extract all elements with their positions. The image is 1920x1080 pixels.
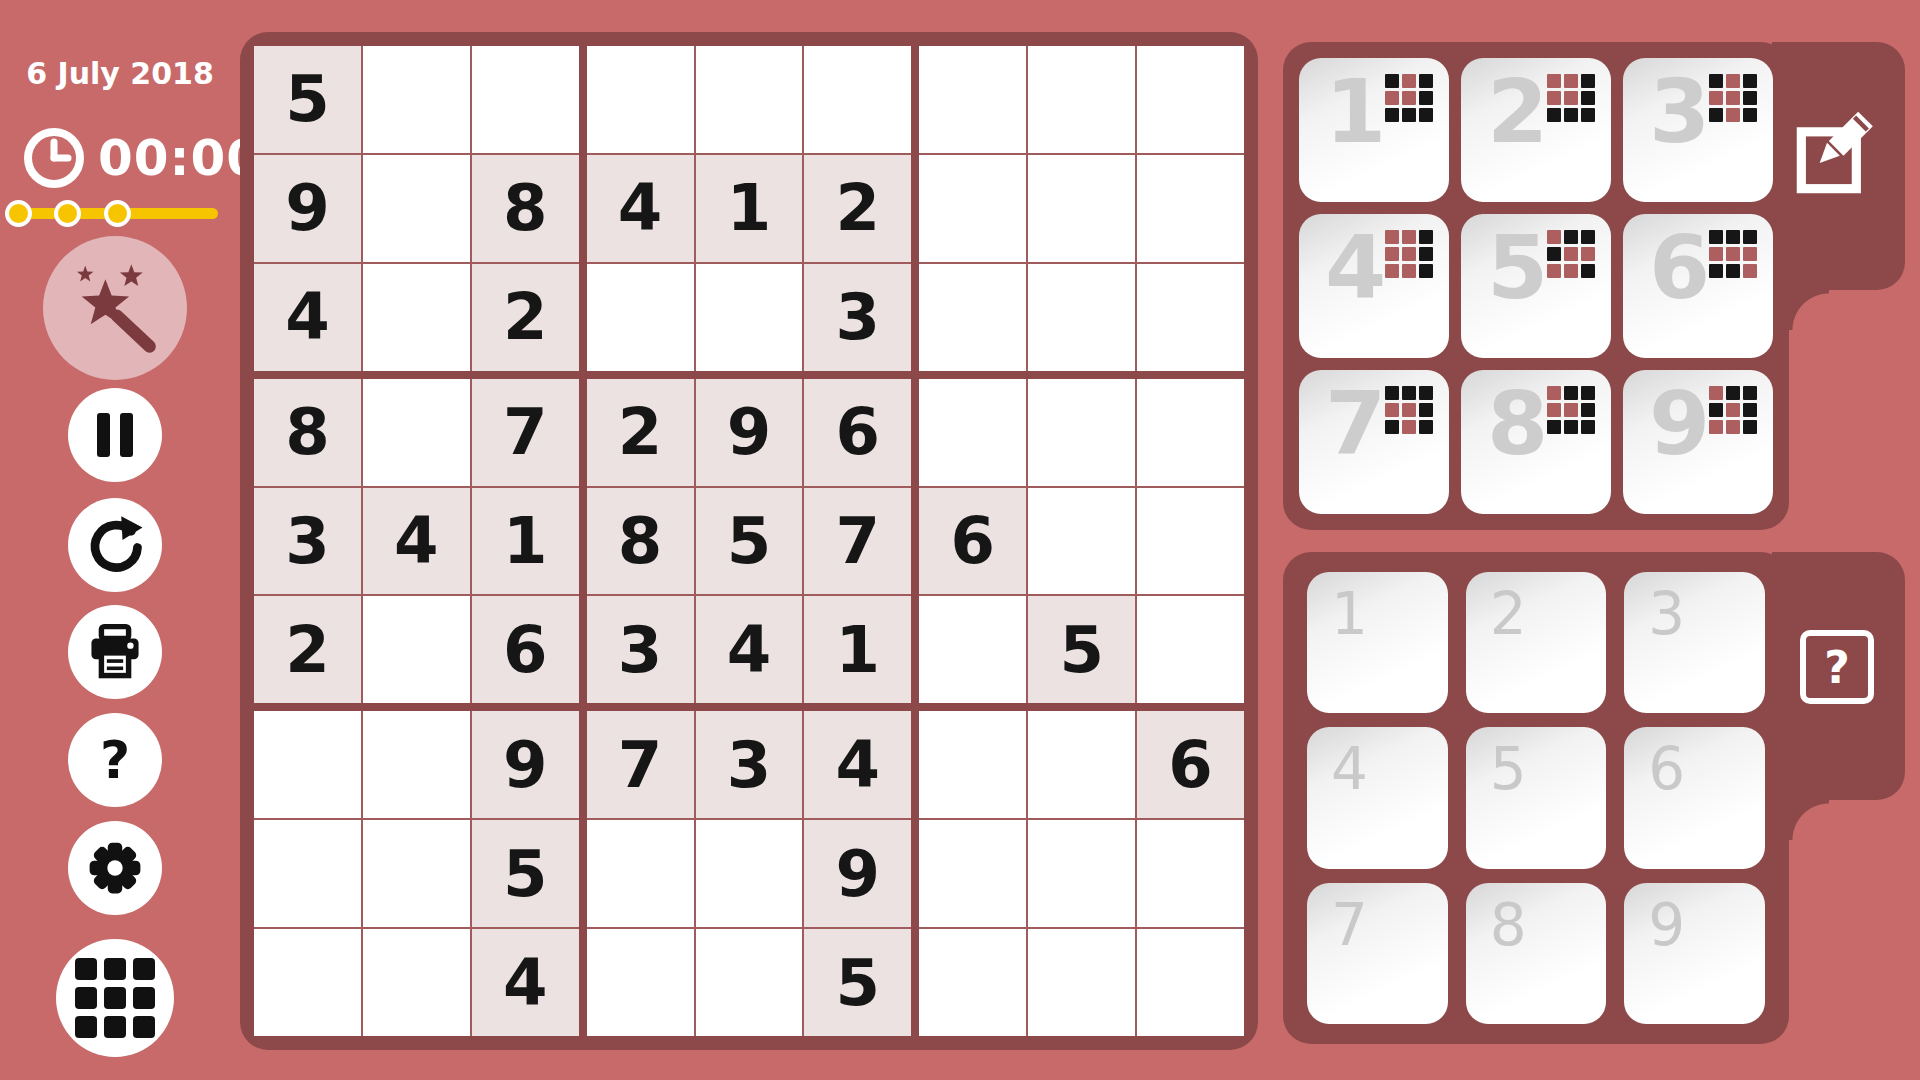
cell-r4c8[interactable] xyxy=(1028,379,1135,486)
numpad-key-3[interactable]: 3 xyxy=(1623,58,1773,202)
key-digit: 8 xyxy=(1490,891,1527,959)
cell-r8c5[interactable] xyxy=(696,820,803,927)
box-5: 296857341 xyxy=(587,379,912,704)
cell-r3c4[interactable] xyxy=(587,264,694,371)
cell-r9c3[interactable]: 4 xyxy=(472,929,579,1036)
cell-r8c4[interactable] xyxy=(587,820,694,927)
cell-r8c1[interactable] xyxy=(254,820,361,927)
slider-dot-2[interactable] xyxy=(54,200,81,227)
box-3 xyxy=(919,46,1244,371)
candidate-key-7[interactable]: 7 xyxy=(1307,883,1448,1024)
candidate-key-5[interactable]: 5 xyxy=(1466,727,1607,868)
cell-r5c5[interactable]: 5 xyxy=(696,488,803,595)
cell-r3c2[interactable] xyxy=(363,264,470,371)
cell-r6c3[interactable]: 6 xyxy=(472,596,579,703)
cell-r7c3[interactable]: 9 xyxy=(472,711,579,818)
numpad-key-6[interactable]: 6 xyxy=(1623,214,1773,358)
cell-r4c1[interactable]: 8 xyxy=(254,379,361,486)
cell-r9c6[interactable]: 5 xyxy=(804,929,911,1036)
slider-dot-3[interactable] xyxy=(104,200,131,227)
timer: 00:00 xyxy=(22,126,262,190)
cell-r9c9[interactable] xyxy=(1137,929,1244,1036)
cell-r6c7[interactable] xyxy=(919,596,1026,703)
cell-r3c6[interactable]: 3 xyxy=(804,264,911,371)
key-digit: 1 xyxy=(1331,580,1368,648)
box-8: 73495 xyxy=(587,711,912,1036)
cell-r7c1[interactable] xyxy=(254,711,361,818)
box-progress-icon xyxy=(1547,74,1595,122)
settings-button[interactable] xyxy=(68,821,162,915)
cell-r9c8[interactable] xyxy=(1028,929,1135,1036)
cell-r6c6[interactable]: 1 xyxy=(804,596,911,703)
cell-r8c7[interactable] xyxy=(919,820,1026,927)
cell-r6c5[interactable]: 4 xyxy=(696,596,803,703)
cell-r4c3[interactable]: 7 xyxy=(472,379,579,486)
key-digit: 6 xyxy=(1648,735,1685,803)
timer-value: 00:00 xyxy=(98,129,262,187)
menu-grid-button[interactable] xyxy=(56,939,174,1057)
cell-r8c9[interactable] xyxy=(1137,820,1244,927)
cell-r1c8[interactable] xyxy=(1028,46,1135,153)
cell-r4c5[interactable]: 9 xyxy=(696,379,803,486)
cell-r1c2[interactable] xyxy=(363,46,470,153)
cell-r9c1[interactable] xyxy=(254,929,361,1036)
apps-grid-icon xyxy=(75,958,155,1038)
printer-icon xyxy=(86,623,144,681)
sudoku-app: 6 July 2018 00:00 xyxy=(0,0,1920,1080)
clock-icon xyxy=(22,126,86,190)
cell-r2c3[interactable]: 8 xyxy=(472,155,579,262)
numpad-key-9[interactable]: 9 xyxy=(1623,370,1773,514)
box-6: 65 xyxy=(919,379,1244,704)
question-mark-icon: ? xyxy=(1824,642,1850,693)
box-progress-icon xyxy=(1385,230,1433,278)
cell-r1c4[interactable] xyxy=(587,46,694,153)
box-9: 6 xyxy=(919,711,1244,1036)
date-label: 6 July 2018 xyxy=(0,56,240,91)
cell-r5c4[interactable]: 8 xyxy=(587,488,694,595)
candidate-key-4[interactable]: 4 xyxy=(1307,727,1448,868)
pencil-edit-icon xyxy=(1794,104,1882,200)
key-digit: 5 xyxy=(1490,735,1527,803)
cell-r5c2[interactable]: 4 xyxy=(363,488,470,595)
cell-r7c7[interactable] xyxy=(919,711,1026,818)
hint-wand-button[interactable] xyxy=(43,236,187,380)
cell-r3c3[interactable]: 2 xyxy=(472,264,579,371)
cell-r6c4[interactable]: 3 xyxy=(587,596,694,703)
cell-r5c9[interactable] xyxy=(1137,488,1244,595)
cell-r7c8[interactable] xyxy=(1028,711,1135,818)
cell-r5c6[interactable]: 7 xyxy=(804,488,911,595)
numpad-plain: 123456789 xyxy=(1283,552,1789,1044)
pencil-mode-button[interactable] xyxy=(1794,104,1882,200)
cell-r6c2[interactable] xyxy=(363,596,470,703)
cell-r3c8[interactable] xyxy=(1028,264,1135,371)
key-digit: 2 xyxy=(1487,60,1548,163)
key-digit: 4 xyxy=(1331,735,1368,803)
numpad-key-1[interactable]: 1 xyxy=(1299,58,1449,202)
candidate-key-3[interactable]: 3 xyxy=(1624,572,1765,713)
restart-button[interactable] xyxy=(68,498,162,592)
box-progress-icon xyxy=(1547,230,1595,278)
candidate-key-8[interactable]: 8 xyxy=(1466,883,1607,1024)
cell-r6c9[interactable] xyxy=(1137,596,1244,703)
cell-r7c9[interactable]: 6 xyxy=(1137,711,1244,818)
cell-r8c8[interactable] xyxy=(1028,820,1135,927)
cell-r4c7[interactable] xyxy=(919,379,1026,486)
key-digit: 5 xyxy=(1487,216,1548,319)
cell-r2c2[interactable] xyxy=(363,155,470,262)
cell-r3c7[interactable] xyxy=(919,264,1026,371)
cell-r7c6[interactable]: 4 xyxy=(804,711,911,818)
cell-r8c3[interactable]: 5 xyxy=(472,820,579,927)
key-digit: 3 xyxy=(1648,580,1685,648)
numpad-key-4[interactable]: 4 xyxy=(1299,214,1449,358)
key-digit: 4 xyxy=(1325,216,1386,319)
cell-r5c8[interactable] xyxy=(1028,488,1135,595)
key-digit: 3 xyxy=(1649,60,1710,163)
cell-r6c8[interactable]: 5 xyxy=(1028,596,1135,703)
pause-button[interactable] xyxy=(68,388,162,482)
key-digit: 9 xyxy=(1648,891,1685,959)
numpad-key-5[interactable]: 5 xyxy=(1461,214,1611,358)
numpad-with-progress: 123456789 xyxy=(1283,42,1789,530)
help-button[interactable]: ? xyxy=(68,713,162,807)
cell-r3c5[interactable] xyxy=(696,264,803,371)
print-button[interactable] xyxy=(68,605,162,699)
cell-r1c7[interactable] xyxy=(919,46,1026,153)
cell-r9c2[interactable] xyxy=(363,929,470,1036)
cell-r9c5[interactable] xyxy=(696,929,803,1036)
box-progress-icon xyxy=(1709,74,1757,122)
box-progress-icon xyxy=(1385,386,1433,434)
key-digit: 7 xyxy=(1325,372,1386,475)
notes-tab-fillet xyxy=(1789,290,1829,330)
slider-dot-1[interactable] xyxy=(5,200,32,227)
cell-r8c2[interactable] xyxy=(363,820,470,927)
candidate-help-button[interactable]: ? xyxy=(1800,630,1874,704)
pause-icon xyxy=(89,409,141,461)
box-progress-icon xyxy=(1385,74,1433,122)
cell-r4c6[interactable]: 6 xyxy=(804,379,911,486)
cell-r5c3[interactable]: 1 xyxy=(472,488,579,595)
key-digit: 2 xyxy=(1490,580,1527,648)
magic-wand-icon xyxy=(67,260,163,356)
cell-r2c1[interactable]: 9 xyxy=(254,155,361,262)
cell-r6c1[interactable]: 2 xyxy=(254,596,361,703)
question-icon: ? xyxy=(100,730,130,790)
cell-r2c5[interactable]: 1 xyxy=(696,155,803,262)
numpad-key-2[interactable]: 2 xyxy=(1461,58,1611,202)
key-digit: 1 xyxy=(1325,60,1386,163)
candidate-key-2[interactable]: 2 xyxy=(1466,572,1607,713)
cell-r9c4[interactable] xyxy=(587,929,694,1036)
key-digit: 6 xyxy=(1649,216,1710,319)
key-digit: 9 xyxy=(1649,372,1710,475)
box-7: 954 xyxy=(254,711,579,1036)
box-4: 8734126 xyxy=(254,379,579,704)
cell-r7c5[interactable]: 3 xyxy=(696,711,803,818)
cell-r5c7[interactable]: 6 xyxy=(919,488,1026,595)
restart-icon xyxy=(85,515,145,575)
sudoku-board: 598424123873412629685734165954734956 xyxy=(240,32,1258,1050)
cell-r8c6[interactable]: 9 xyxy=(804,820,911,927)
cell-r7c4[interactable]: 7 xyxy=(587,711,694,818)
cell-r1c3[interactable] xyxy=(472,46,579,153)
cell-r1c9[interactable] xyxy=(1137,46,1244,153)
sudoku-grid: 598424123873412629685734165954734956 xyxy=(254,46,1244,1036)
cell-r2c6[interactable]: 2 xyxy=(804,155,911,262)
cell-r3c9[interactable] xyxy=(1137,264,1244,371)
cell-r2c4[interactable]: 4 xyxy=(587,155,694,262)
candidate-key-6[interactable]: 6 xyxy=(1624,727,1765,868)
box-1: 59842 xyxy=(254,46,579,371)
cell-r1c1[interactable]: 5 xyxy=(254,46,361,153)
cell-r3c1[interactable]: 4 xyxy=(254,264,361,371)
key-digit: 7 xyxy=(1331,891,1368,959)
cell-r4c2[interactable] xyxy=(363,379,470,486)
cell-r1c6[interactable] xyxy=(804,46,911,153)
box-2: 4123 xyxy=(587,46,912,371)
cell-r4c4[interactable]: 2 xyxy=(587,379,694,486)
candidate-key-9[interactable]: 9 xyxy=(1624,883,1765,1024)
cell-r1c5[interactable] xyxy=(696,46,803,153)
helper-tab-fillet xyxy=(1789,800,1829,840)
candidate-key-1[interactable]: 1 xyxy=(1307,572,1448,713)
box-progress-icon xyxy=(1709,230,1757,278)
cell-r4c9[interactable] xyxy=(1137,379,1244,486)
cell-r2c7[interactable] xyxy=(919,155,1026,262)
gear-icon xyxy=(86,839,144,897)
cell-r2c9[interactable] xyxy=(1137,155,1244,262)
cell-r2c8[interactable] xyxy=(1028,155,1135,262)
cell-r7c2[interactable] xyxy=(363,711,470,818)
key-digit: 8 xyxy=(1487,372,1548,475)
cell-r9c7[interactable] xyxy=(919,929,1026,1036)
cell-r5c1[interactable]: 3 xyxy=(254,488,361,595)
numpad-key-8[interactable]: 8 xyxy=(1461,370,1611,514)
numpad-key-7[interactable]: 7 xyxy=(1299,370,1449,514)
box-progress-icon xyxy=(1709,386,1757,434)
box-progress-icon xyxy=(1547,386,1595,434)
